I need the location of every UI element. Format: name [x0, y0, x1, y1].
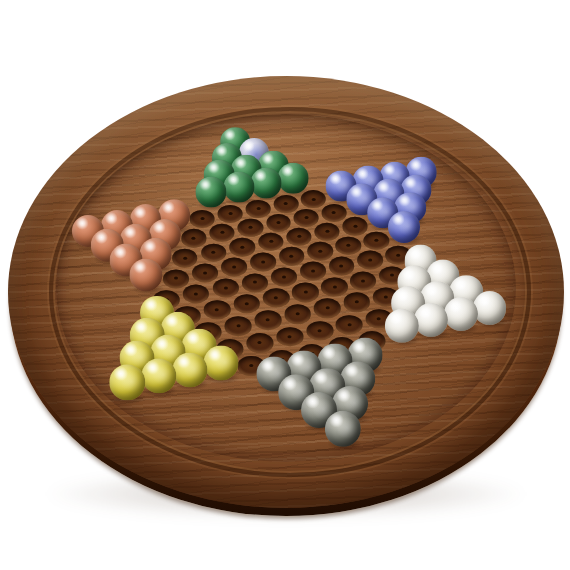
board-hole[interactable]	[307, 242, 333, 261]
board-hole[interactable]	[357, 251, 383, 270]
board-hole[interactable]	[314, 299, 341, 318]
marble-yellow[interactable]	[203, 346, 238, 381]
board-hole[interactable]	[230, 238, 255, 257]
board-hole[interactable]	[284, 304, 311, 323]
board-hole[interactable]	[213, 279, 239, 298]
board-hole[interactable]	[250, 253, 276, 272]
board-hole[interactable]	[233, 294, 259, 313]
board-hole[interactable]	[255, 310, 282, 330]
board-hole[interactable]	[343, 217, 368, 235]
board-hole[interactable]	[286, 228, 311, 246]
board-hole[interactable]	[246, 333, 273, 353]
marble-blue[interactable]	[388, 211, 420, 243]
board-hole[interactable]	[204, 300, 231, 319]
board-hole[interactable]	[336, 237, 361, 256]
board-hole[interactable]	[336, 315, 363, 335]
board-hole[interactable]	[322, 204, 347, 222]
marble-white[interactable]	[473, 291, 507, 325]
board-hole[interactable]	[329, 257, 355, 276]
board-hole[interactable]	[306, 321, 333, 341]
board-hole[interactable]	[364, 231, 389, 250]
marble-green[interactable]	[195, 177, 226, 208]
marble-green[interactable]	[251, 167, 282, 198]
board-hole[interactable]	[258, 233, 283, 252]
board-hole[interactable]	[221, 258, 247, 277]
board-hole[interactable]	[279, 247, 305, 266]
marble-green[interactable]	[223, 172, 254, 203]
board-hole[interactable]	[210, 224, 235, 242]
board-hole[interactable]	[263, 289, 289, 308]
board-hole[interactable]	[242, 273, 268, 292]
board-hole[interactable]	[192, 263, 218, 282]
board-hole[interactable]	[343, 293, 369, 312]
board-hole[interactable]	[292, 283, 318, 302]
board-hole[interactable]	[225, 316, 252, 336]
marble-white[interactable]	[444, 297, 478, 331]
board-hole[interactable]	[315, 222, 340, 240]
board-hole[interactable]	[350, 272, 376, 291]
board-hole[interactable]	[183, 284, 209, 303]
board-hole[interactable]	[300, 262, 326, 281]
board-hole[interactable]	[238, 219, 263, 237]
board-hole[interactable]	[190, 210, 215, 228]
product-photo-stage	[0, 0, 570, 570]
marble-white[interactable]	[414, 303, 448, 337]
marble-green[interactable]	[278, 163, 309, 194]
board-hole[interactable]	[321, 277, 347, 296]
star-grid	[0, 0, 570, 570]
board-hole[interactable]	[294, 209, 319, 227]
board-hole[interactable]	[276, 327, 303, 347]
board-hole[interactable]	[266, 214, 291, 232]
board-hole[interactable]	[271, 268, 297, 287]
board-hole[interactable]	[201, 243, 227, 262]
